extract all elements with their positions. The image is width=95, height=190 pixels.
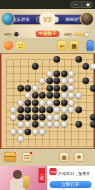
left-time-text: 用时:: [4, 32, 13, 38]
black-stone: [46, 92, 53, 99]
white-stone: [25, 92, 32, 99]
white-stone: [25, 121, 32, 128]
black-stone: [61, 85, 68, 92]
close-circle-icon[interactable]: ◉: [86, 2, 90, 8]
black-stone: [54, 70, 61, 77]
smiley-mouth: [19, 46, 23, 48]
white-stone-knob-icon: [84, 32, 89, 37]
black-stone: [46, 85, 53, 92]
undo-icon: ↩: [60, 42, 65, 49]
right-time-label: 用时:: [64, 32, 91, 38]
white-stone: [17, 121, 24, 128]
black-stone: [32, 107, 39, 114]
black-stone: [17, 114, 24, 121]
black-stone: [39, 114, 46, 121]
more-menu-icon[interactable]: ⋯: [73, 2, 78, 8]
white-stone: [68, 70, 75, 77]
vs-badge: VS: [39, 11, 56, 28]
chest-notification-badge: [13, 151, 17, 155]
wechat-capsule: ⋯ ◉: [71, 2, 93, 9]
white-stone: [39, 99, 46, 106]
grid-line: [6, 146, 93, 147]
black-stone: [46, 78, 53, 85]
smiley-emote-icon[interactable]: [16, 41, 25, 50]
black-stone: [54, 92, 61, 99]
ad-photo-tag: 双11: [39, 168, 46, 183]
capsule-divider: [82, 3, 83, 7]
ad-open-button[interactable]: 立即打开: [50, 181, 92, 188]
black-stone: [25, 85, 32, 92]
left-time-label: 用时:: [4, 32, 19, 38]
black-stone: [61, 99, 68, 106]
white-stone: [17, 128, 24, 135]
grid-line: [86, 59, 87, 146]
white-stone: [39, 121, 46, 128]
black-stone: [54, 78, 61, 85]
more-icon: ❖: [77, 154, 82, 161]
black-stone: [25, 107, 32, 114]
black-stone: [75, 56, 82, 63]
black-stone: [83, 78, 90, 85]
black-stone: [90, 121, 95, 128]
ad-product: [23, 176, 29, 188]
tmall-logo: 天猫: [50, 168, 57, 175]
white-stone: [32, 85, 39, 92]
record-button[interactable]: ▣: [59, 152, 69, 162]
app-viewport: ⋯ ◉ 欢乐棋友 VS 神秘棋手 用时: 申请数子 用时:: [0, 0, 95, 190]
ad-photo[interactable]: 双11: [0, 166, 47, 190]
black-stone: [61, 114, 68, 121]
black-stone: [32, 121, 39, 128]
white-stone: [75, 92, 82, 99]
status-strip: ⋯ ◉: [0, 0, 95, 9]
ad-banner[interactable]: 双11 天猫 天猫双11，预售开抢 广告 立即打开: [0, 166, 95, 190]
info-row: 用时: 申请数子 用时:: [0, 30, 95, 39]
right-player-avatar[interactable]: [80, 12, 94, 26]
black-stone: [75, 121, 82, 128]
white-stone: [32, 128, 39, 135]
mail-button[interactable]: [22, 152, 32, 162]
white-stone: [61, 78, 68, 85]
game-screen: ⋯ ◉ 欢乐棋友 VS 神秘棋手 用时: 申请数子 用时:: [0, 0, 95, 190]
black-stone: [75, 107, 82, 114]
black-stone: [25, 99, 32, 106]
treasure-chest-button[interactable]: [4, 152, 16, 162]
white-stone: [54, 107, 61, 114]
black-stone: [32, 99, 39, 106]
black-stone: [54, 85, 61, 92]
black-stone: [17, 85, 24, 92]
grid-line: [93, 59, 94, 146]
star-point: [27, 80, 29, 82]
black-stone: [83, 63, 90, 70]
white-stone: [90, 63, 95, 70]
white-stone: [46, 70, 53, 77]
undo-button[interactable]: ↩: [57, 41, 67, 51]
white-stone: [61, 107, 68, 114]
white-stone: [39, 78, 46, 85]
white-stone: [10, 128, 17, 135]
white-stone: [68, 92, 75, 99]
white-stone: [54, 114, 61, 121]
white-stone: [68, 99, 75, 106]
white-stone: [10, 114, 17, 121]
black-stone: [46, 107, 53, 114]
white-stone: [61, 121, 68, 128]
right-time-text: 用时:: [64, 32, 73, 38]
mail-notification-badge: [29, 151, 33, 155]
assistant-piece-icon[interactable]: [87, 40, 95, 51]
black-stone: [54, 99, 61, 106]
white-stone: [68, 78, 75, 85]
orange-emote-icon[interactable]: [4, 41, 13, 50]
more-button[interactable]: ❖: [74, 152, 84, 162]
white-stone: [17, 136, 24, 143]
black-stone: [39, 107, 46, 114]
white-stone: [68, 107, 75, 114]
count-request-button[interactable]: 申请数子: [35, 30, 60, 38]
white-stone: [46, 99, 53, 106]
ad-card[interactable]: 天猫 天猫双11，预售开抢 广告 立即打开: [47, 166, 95, 190]
black-stone: [90, 85, 95, 92]
left-player-avatar[interactable]: [1, 12, 15, 26]
white-stone: [17, 99, 24, 106]
black-stone: [17, 107, 24, 114]
white-stone: [39, 128, 46, 135]
count-icon: ▦: [71, 42, 76, 49]
black-stone: [32, 114, 39, 121]
star-point: [70, 123, 72, 125]
count-button[interactable]: ▦: [69, 41, 79, 51]
go-board[interactable]: [0, 53, 95, 149]
game-toolbar: ↩ ▦: [0, 40, 95, 52]
black-stone: [39, 92, 46, 99]
black-stone: [90, 114, 95, 121]
bottom-toolbar: ▣ ❖: [0, 150, 95, 166]
grid-line: [79, 59, 80, 146]
black-stone: [61, 70, 68, 77]
white-stone: [68, 85, 75, 92]
black-turn-stone-icon: [14, 32, 19, 37]
white-stone: [54, 121, 61, 128]
black-stone: [25, 114, 32, 121]
white-stone: [61, 92, 68, 99]
black-stone: [32, 92, 39, 99]
black-stone: [25, 128, 32, 135]
white-timer-bar: [74, 33, 91, 36]
white-stone: [46, 114, 53, 121]
black-stone: [32, 63, 39, 70]
white-stone: [46, 121, 53, 128]
record-icon: ▣: [61, 154, 66, 161]
black-stone: [54, 56, 61, 63]
ad-figure-head: [13, 170, 22, 179]
white-stone: [10, 107, 17, 114]
